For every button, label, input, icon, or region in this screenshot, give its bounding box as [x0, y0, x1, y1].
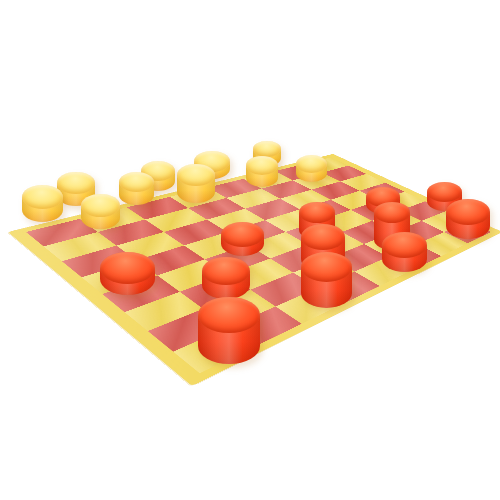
checker-piece-red: [382, 232, 427, 272]
checker-piece-red: [100, 252, 155, 295]
pieces-layer: [0, 0, 500, 500]
checker-piece-yellow: [246, 156, 278, 187]
checker-piece-yellow: [22, 185, 63, 222]
checker-piece-red: [202, 257, 250, 299]
checker-piece-yellow: [177, 164, 215, 203]
checker-piece-yellow: [296, 155, 327, 182]
checker-piece-red: [446, 199, 490, 239]
checker-piece-yellow: [119, 172, 154, 205]
checker-piece-yellow: [81, 194, 120, 229]
giant-checkers-product-photo: [0, 0, 500, 500]
checker-piece-red: [301, 252, 352, 308]
checker-piece-red: [221, 222, 264, 256]
checker-piece-red: [198, 297, 260, 364]
